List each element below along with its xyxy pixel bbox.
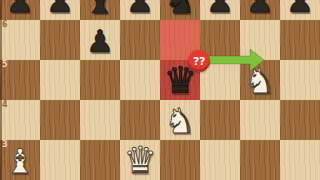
square-a7[interactable]: ♟: [0, 0, 40, 20]
square-h5[interactable]: [280, 60, 320, 100]
square-g5[interactable]: ♞: [240, 60, 280, 100]
square-b4[interactable]: [40, 100, 80, 140]
piece-black-pawn-b7[interactable]: ♟: [46, 0, 74, 21]
rank-label-6: 6: [2, 20, 8, 30]
square-b5[interactable]: [40, 60, 80, 100]
square-d4[interactable]: [120, 100, 160, 140]
square-d5[interactable]: [120, 60, 160, 100]
square-g4[interactable]: [240, 100, 280, 140]
square-a3[interactable]: 3♝: [0, 140, 40, 180]
piece-black-pawn-d7[interactable]: ♟: [126, 0, 154, 21]
square-f4[interactable]: [200, 100, 240, 140]
square-b3[interactable]: [40, 140, 80, 180]
rank-label-5: 5: [2, 60, 8, 70]
board-grid: ♟♟♝♟♞♟♟♟6♟5♛♞4♞3♝♛: [0, 0, 320, 180]
square-g3[interactable]: [240, 140, 280, 180]
square-c7[interactable]: ♝: [80, 0, 120, 20]
square-g6[interactable]: [240, 20, 280, 60]
piece-white-queen-d3[interactable]: ♛: [123, 141, 156, 180]
piece-black-knight-e7[interactable]: ♞: [164, 0, 195, 21]
piece-black-pawn-c6[interactable]: ♟: [86, 21, 114, 61]
piece-black-pawn-f7[interactable]: ♟: [206, 0, 234, 21]
square-b7[interactable]: ♟: [40, 0, 80, 20]
square-f3[interactable]: [200, 140, 240, 180]
chessboard: ♟♟♝♟♞♟♟♟6♟5♛♞4♞3♝♛ ??: [0, 0, 320, 180]
square-e7[interactable]: ♞: [160, 0, 200, 20]
rank-label-4: 4: [2, 100, 8, 110]
square-h4[interactable]: [280, 100, 320, 140]
blunder-badge-text: ??: [193, 55, 205, 68]
square-c5[interactable]: [80, 60, 120, 100]
square-c4[interactable]: [80, 100, 120, 140]
square-a6[interactable]: 6: [0, 20, 40, 60]
square-a4[interactable]: 4: [0, 100, 40, 140]
square-c3[interactable]: [80, 140, 120, 180]
square-h7[interactable]: ♟: [280, 0, 320, 20]
square-h6[interactable]: [280, 20, 320, 60]
square-b6[interactable]: [40, 20, 80, 60]
piece-white-bishop-a3[interactable]: ♝: [5, 141, 35, 180]
piece-black-pawn-a7[interactable]: ♟: [6, 0, 34, 21]
blunder-badge: ??: [188, 50, 210, 72]
piece-black-bishop-c7[interactable]: ♝: [85, 0, 115, 21]
piece-black-pawn-h7[interactable]: ♟: [286, 0, 314, 21]
square-g7[interactable]: ♟: [240, 0, 280, 20]
piece-white-knight-e4[interactable]: ♞: [164, 101, 195, 141]
piece-white-knight-g5[interactable]: ♞: [244, 61, 275, 101]
square-f7[interactable]: ♟: [200, 0, 240, 20]
square-d6[interactable]: [120, 20, 160, 60]
square-e4[interactable]: ♞: [160, 100, 200, 140]
piece-black-pawn-g7[interactable]: ♟: [246, 0, 274, 21]
square-c6[interactable]: ♟: [80, 20, 120, 60]
square-d3[interactable]: ♛: [120, 140, 160, 180]
square-h3[interactable]: [280, 140, 320, 180]
square-e3[interactable]: [160, 140, 200, 180]
square-a5[interactable]: 5: [0, 60, 40, 100]
square-d7[interactable]: ♟: [120, 0, 160, 20]
